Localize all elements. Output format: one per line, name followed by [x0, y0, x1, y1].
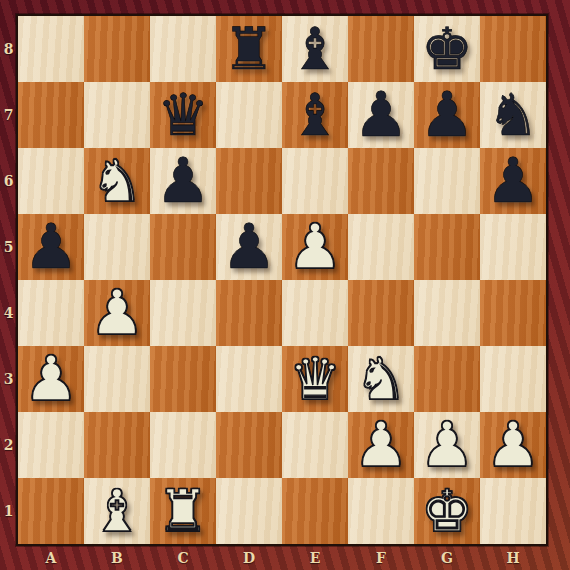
- square-f8[interactable]: [348, 16, 414, 82]
- white-knight-f3[interactable]: ♞: [348, 346, 414, 412]
- square-h4[interactable]: [480, 280, 546, 346]
- white-pawn-g2[interactable]: ♟: [414, 412, 480, 478]
- square-h5[interactable]: [480, 214, 546, 280]
- white-king-g1[interactable]: ♚: [414, 478, 480, 544]
- square-f1[interactable]: [348, 478, 414, 544]
- square-d8[interactable]: ♜: [216, 16, 282, 82]
- chess-board-frame: ♜♝♚♛♝♟♟♞♞♟♟♟♟♟♟♟♛♞♟♟♟♝♜♚ 87654321 ABCDEF…: [0, 0, 570, 570]
- square-f4[interactable]: [348, 280, 414, 346]
- square-b4[interactable]: ♟: [84, 280, 150, 346]
- square-c5[interactable]: [150, 214, 216, 280]
- white-pawn-f2[interactable]: ♟: [348, 412, 414, 478]
- square-b8[interactable]: [84, 16, 150, 82]
- black-bishop-e7[interactable]: ♝: [282, 82, 348, 148]
- rank-label-4: 4: [0, 280, 17, 346]
- square-h2[interactable]: ♟: [480, 412, 546, 478]
- square-a7[interactable]: [18, 82, 84, 148]
- square-g5[interactable]: [414, 214, 480, 280]
- square-h7[interactable]: ♞: [480, 82, 546, 148]
- square-h1[interactable]: [480, 478, 546, 544]
- square-d4[interactable]: [216, 280, 282, 346]
- square-e4[interactable]: [282, 280, 348, 346]
- black-pawn-d5[interactable]: ♟: [216, 214, 282, 280]
- black-king-g8[interactable]: ♚: [414, 16, 480, 82]
- square-b6[interactable]: ♞: [84, 148, 150, 214]
- black-pawn-a5[interactable]: ♟: [18, 214, 84, 280]
- square-f6[interactable]: [348, 148, 414, 214]
- square-c1[interactable]: ♜: [150, 478, 216, 544]
- file-label-h: H: [480, 545, 546, 570]
- file-label-f: F: [348, 545, 414, 570]
- black-pawn-h6[interactable]: ♟: [480, 148, 546, 214]
- square-f7[interactable]: ♟: [348, 82, 414, 148]
- square-c6[interactable]: ♟: [150, 148, 216, 214]
- square-d7[interactable]: [216, 82, 282, 148]
- white-pawn-a3[interactable]: ♟: [18, 346, 84, 412]
- square-a1[interactable]: [18, 478, 84, 544]
- square-d6[interactable]: [216, 148, 282, 214]
- square-a5[interactable]: ♟: [18, 214, 84, 280]
- square-e1[interactable]: [282, 478, 348, 544]
- square-b7[interactable]: [84, 82, 150, 148]
- rank-label-6: 6: [0, 148, 17, 214]
- square-h6[interactable]: ♟: [480, 148, 546, 214]
- square-h3[interactable]: [480, 346, 546, 412]
- square-g8[interactable]: ♚: [414, 16, 480, 82]
- black-queen-c7[interactable]: ♛: [150, 82, 216, 148]
- square-g6[interactable]: [414, 148, 480, 214]
- black-rook-d8[interactable]: ♜: [216, 16, 282, 82]
- square-e7[interactable]: ♝: [282, 82, 348, 148]
- square-e5[interactable]: ♟: [282, 214, 348, 280]
- square-d2[interactable]: [216, 412, 282, 478]
- square-d1[interactable]: [216, 478, 282, 544]
- square-g2[interactable]: ♟: [414, 412, 480, 478]
- rank-label-1: 1: [0, 478, 17, 544]
- square-f5[interactable]: [348, 214, 414, 280]
- rank-label-2: 2: [0, 412, 17, 478]
- square-d5[interactable]: ♟: [216, 214, 282, 280]
- white-knight-b6[interactable]: ♞: [84, 148, 150, 214]
- square-b5[interactable]: [84, 214, 150, 280]
- square-c8[interactable]: [150, 16, 216, 82]
- square-a4[interactable]: [18, 280, 84, 346]
- file-label-c: C: [150, 545, 216, 570]
- file-label-a: A: [18, 545, 84, 570]
- square-b1[interactable]: ♝: [84, 478, 150, 544]
- black-pawn-c6[interactable]: ♟: [150, 148, 216, 214]
- black-pawn-g7[interactable]: ♟: [414, 82, 480, 148]
- file-label-e: E: [282, 545, 348, 570]
- square-c3[interactable]: [150, 346, 216, 412]
- square-a3[interactable]: ♟: [18, 346, 84, 412]
- square-c4[interactable]: [150, 280, 216, 346]
- black-knight-h7[interactable]: ♞: [480, 82, 546, 148]
- square-a2[interactable]: [18, 412, 84, 478]
- file-label-b: B: [84, 545, 150, 570]
- rank-label-3: 3: [0, 346, 17, 412]
- black-bishop-e8[interactable]: ♝: [282, 16, 348, 82]
- white-pawn-b4[interactable]: ♟: [84, 280, 150, 346]
- file-label-d: D: [216, 545, 282, 570]
- rank-label-7: 7: [0, 82, 17, 148]
- square-e3[interactable]: ♛: [282, 346, 348, 412]
- square-d3[interactable]: [216, 346, 282, 412]
- square-a6[interactable]: [18, 148, 84, 214]
- square-e6[interactable]: [282, 148, 348, 214]
- square-h8[interactable]: [480, 16, 546, 82]
- white-rook-c1[interactable]: ♜: [150, 478, 216, 544]
- square-b2[interactable]: [84, 412, 150, 478]
- rank-labels: 87654321: [0, 16, 17, 544]
- square-b3[interactable]: [84, 346, 150, 412]
- rank-label-5: 5: [0, 214, 17, 280]
- square-e2[interactable]: [282, 412, 348, 478]
- square-g4[interactable]: [414, 280, 480, 346]
- square-c7[interactable]: ♛: [150, 82, 216, 148]
- rank-label-8: 8: [0, 16, 17, 82]
- square-c2[interactable]: [150, 412, 216, 478]
- square-g1[interactable]: ♚: [414, 478, 480, 544]
- white-queen-e3[interactable]: ♛: [282, 346, 348, 412]
- square-a8[interactable]: [18, 16, 84, 82]
- file-label-g: G: [414, 545, 480, 570]
- white-pawn-e5[interactable]: ♟: [282, 214, 348, 280]
- chess-board: ♜♝♚♛♝♟♟♞♞♟♟♟♟♟♟♟♛♞♟♟♟♝♜♚: [18, 16, 546, 544]
- square-g3[interactable]: [414, 346, 480, 412]
- square-e8[interactable]: ♝: [282, 16, 348, 82]
- file-labels: ABCDEFGH: [18, 545, 546, 570]
- white-bishop-b1[interactable]: ♝: [84, 478, 150, 544]
- black-pawn-f7[interactable]: ♟: [348, 82, 414, 148]
- square-f3[interactable]: ♞: [348, 346, 414, 412]
- white-pawn-h2[interactable]: ♟: [480, 412, 546, 478]
- square-f2[interactable]: ♟: [348, 412, 414, 478]
- square-g7[interactable]: ♟: [414, 82, 480, 148]
